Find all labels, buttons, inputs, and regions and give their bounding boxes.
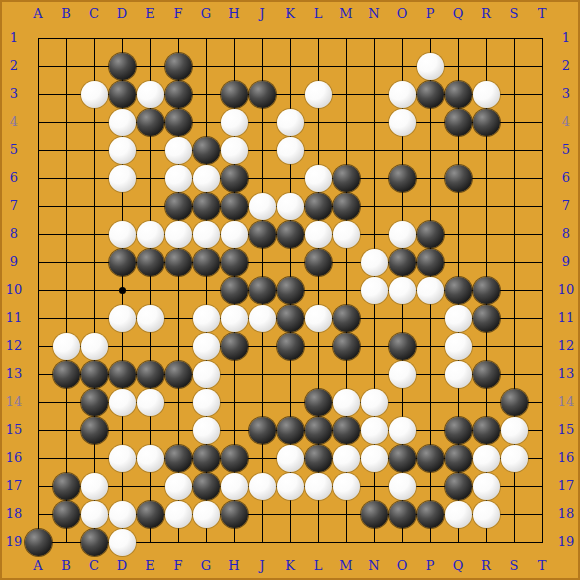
- black-stone-R11: [473, 305, 500, 332]
- row-label-11: 11: [1, 311, 27, 325]
- black-stone-P18: [417, 501, 444, 528]
- black-stone-B13: [53, 361, 80, 388]
- black-stone-A19: [25, 529, 52, 556]
- row-label-7: 7: [553, 199, 579, 213]
- white-stone-R18: [473, 501, 500, 528]
- white-stone-K5: [277, 137, 304, 164]
- white-stone-D11: [109, 305, 136, 332]
- white-stone-P2: [417, 53, 444, 80]
- col-label-T: T: [532, 559, 552, 573]
- white-stone-O4: [389, 109, 416, 136]
- white-stone-E14: [137, 389, 164, 416]
- row-label-3: 3: [1, 87, 27, 101]
- row-label-11: 11: [553, 311, 579, 325]
- row-label-2: 2: [553, 59, 579, 73]
- row-label-3: 3: [553, 87, 579, 101]
- col-label-S: S: [504, 7, 524, 21]
- col-label-H: H: [224, 559, 244, 573]
- white-stone-Q12: [445, 333, 472, 360]
- col-label-F: F: [168, 559, 188, 573]
- black-stone-E9: [137, 249, 164, 276]
- black-stone-D13: [109, 361, 136, 388]
- black-stone-K10: [277, 277, 304, 304]
- black-stone-L15: [305, 417, 332, 444]
- black-stone-Q4: [445, 109, 472, 136]
- white-stone-D6: [109, 165, 136, 192]
- white-stone-N9: [361, 249, 388, 276]
- row-label-16: 16: [553, 451, 579, 465]
- col-label-O: O: [392, 559, 412, 573]
- black-stone-H16: [221, 445, 248, 472]
- col-label-B: B: [56, 559, 76, 573]
- white-stone-G6: [193, 165, 220, 192]
- black-stone-K11: [277, 305, 304, 332]
- col-label-P: P: [420, 559, 440, 573]
- white-stone-C3: [81, 81, 108, 108]
- black-stone-C13: [81, 361, 108, 388]
- white-stone-O10: [389, 277, 416, 304]
- row-label-2: 2: [1, 59, 27, 73]
- col-label-J: J: [252, 559, 272, 573]
- black-stone-R15: [473, 417, 500, 444]
- row-label-6: 6: [553, 171, 579, 185]
- row-label-4: 4: [1, 115, 27, 129]
- black-stone-Q10: [445, 277, 472, 304]
- row-label-4: 4: [553, 115, 579, 129]
- black-stone-Q3: [445, 81, 472, 108]
- go-board: AABBCCDDEEFFGGHHJJKKLLMMNNOOPPQQRRSSTT11…: [0, 0, 580, 580]
- col-label-A: A: [28, 559, 48, 573]
- white-stone-K4: [277, 109, 304, 136]
- black-stone-H7: [221, 193, 248, 220]
- white-stone-R16: [473, 445, 500, 472]
- black-stone-F4: [165, 109, 192, 136]
- row-label-15: 15: [553, 423, 579, 437]
- white-stone-L11: [305, 305, 332, 332]
- row-label-5: 5: [1, 143, 27, 157]
- black-stone-C14: [81, 389, 108, 416]
- white-stone-H11: [221, 305, 248, 332]
- col-label-N: N: [364, 559, 384, 573]
- row-label-13: 13: [1, 367, 27, 381]
- white-stone-O17: [389, 473, 416, 500]
- black-stone-O18: [389, 501, 416, 528]
- white-stone-M16: [333, 445, 360, 472]
- col-label-K: K: [280, 559, 300, 573]
- white-stone-S16: [501, 445, 528, 472]
- col-label-E: E: [140, 559, 160, 573]
- black-stone-F13: [165, 361, 192, 388]
- col-label-Q: Q: [448, 559, 468, 573]
- hoshi-point-D10: [119, 287, 126, 294]
- white-stone-O15: [389, 417, 416, 444]
- col-label-T: T: [532, 7, 552, 21]
- col-label-G: G: [196, 559, 216, 573]
- black-stone-J3: [249, 81, 276, 108]
- white-stone-K7: [277, 193, 304, 220]
- white-stone-H5: [221, 137, 248, 164]
- black-stone-P16: [417, 445, 444, 472]
- black-stone-R10: [473, 277, 500, 304]
- black-stone-C19: [81, 529, 108, 556]
- col-label-K: K: [280, 7, 300, 21]
- row-label-8: 8: [553, 227, 579, 241]
- black-stone-O12: [389, 333, 416, 360]
- row-label-12: 12: [1, 339, 27, 353]
- black-stone-H6: [221, 165, 248, 192]
- white-stone-S15: [501, 417, 528, 444]
- col-label-P: P: [420, 7, 440, 21]
- white-stone-D4: [109, 109, 136, 136]
- white-stone-J17: [249, 473, 276, 500]
- black-stone-H9: [221, 249, 248, 276]
- row-label-19: 19: [553, 535, 579, 549]
- col-label-A: A: [28, 7, 48, 21]
- row-label-18: 18: [553, 507, 579, 521]
- black-stone-M11: [333, 305, 360, 332]
- black-stone-G17: [193, 473, 220, 500]
- black-stone-J10: [249, 277, 276, 304]
- col-label-L: L: [308, 559, 328, 573]
- white-stone-N10: [361, 277, 388, 304]
- row-label-5: 5: [553, 143, 579, 157]
- white-stone-F18: [165, 501, 192, 528]
- white-stone-G14: [193, 389, 220, 416]
- col-label-M: M: [336, 7, 356, 21]
- white-stone-B12: [53, 333, 80, 360]
- black-stone-O16: [389, 445, 416, 472]
- col-label-Q: Q: [448, 7, 468, 21]
- white-stone-F5: [165, 137, 192, 164]
- black-stone-L7: [305, 193, 332, 220]
- col-label-F: F: [168, 7, 188, 21]
- white-stone-L8: [305, 221, 332, 248]
- white-stone-N14: [361, 389, 388, 416]
- white-stone-D16: [109, 445, 136, 472]
- white-stone-O8: [389, 221, 416, 248]
- white-stone-E16: [137, 445, 164, 472]
- black-stone-E13: [137, 361, 164, 388]
- black-stone-K15: [277, 417, 304, 444]
- black-stone-L16: [305, 445, 332, 472]
- white-stone-C17: [81, 473, 108, 500]
- col-label-D: D: [112, 559, 132, 573]
- col-label-H: H: [224, 7, 244, 21]
- row-label-9: 9: [553, 255, 579, 269]
- black-stone-M6: [333, 165, 360, 192]
- white-stone-G8: [193, 221, 220, 248]
- white-stone-L17: [305, 473, 332, 500]
- col-label-M: M: [336, 559, 356, 573]
- white-stone-H8: [221, 221, 248, 248]
- row-label-14: 14: [553, 395, 579, 409]
- black-stone-J8: [249, 221, 276, 248]
- white-stone-M17: [333, 473, 360, 500]
- col-label-D: D: [112, 7, 132, 21]
- black-stone-O6: [389, 165, 416, 192]
- black-stone-F9: [165, 249, 192, 276]
- black-stone-O9: [389, 249, 416, 276]
- black-stone-H18: [221, 501, 248, 528]
- white-stone-G15: [193, 417, 220, 444]
- white-stone-O3: [389, 81, 416, 108]
- white-stone-H17: [221, 473, 248, 500]
- row-label-18: 18: [1, 507, 27, 521]
- black-stone-L9: [305, 249, 332, 276]
- white-stone-K16: [277, 445, 304, 472]
- row-label-16: 16: [1, 451, 27, 465]
- white-stone-O13: [389, 361, 416, 388]
- row-label-10: 10: [553, 283, 579, 297]
- black-stone-B17: [53, 473, 80, 500]
- black-stone-P9: [417, 249, 444, 276]
- white-stone-D19: [109, 529, 136, 556]
- white-stone-G13: [193, 361, 220, 388]
- black-stone-M7: [333, 193, 360, 220]
- white-stone-D14: [109, 389, 136, 416]
- row-label-10: 10: [1, 283, 27, 297]
- white-stone-Q13: [445, 361, 472, 388]
- white-stone-R17: [473, 473, 500, 500]
- white-stone-P10: [417, 277, 444, 304]
- col-label-R: R: [476, 559, 496, 573]
- black-stone-D2: [109, 53, 136, 80]
- black-stone-M12: [333, 333, 360, 360]
- black-stone-J15: [249, 417, 276, 444]
- row-label-9: 9: [1, 255, 27, 269]
- black-stone-G16: [193, 445, 220, 472]
- col-label-O: O: [392, 7, 412, 21]
- white-stone-M8: [333, 221, 360, 248]
- black-stone-S14: [501, 389, 528, 416]
- black-stone-H3: [221, 81, 248, 108]
- black-stone-Q6: [445, 165, 472, 192]
- white-stone-D5: [109, 137, 136, 164]
- row-label-19: 19: [1, 535, 27, 549]
- col-label-S: S: [504, 559, 524, 573]
- white-stone-K17: [277, 473, 304, 500]
- black-stone-N18: [361, 501, 388, 528]
- row-label-17: 17: [1, 479, 27, 493]
- row-label-1: 1: [1, 31, 27, 45]
- black-stone-M15: [333, 417, 360, 444]
- black-stone-H12: [221, 333, 248, 360]
- black-stone-F2: [165, 53, 192, 80]
- row-label-15: 15: [1, 423, 27, 437]
- row-label-17: 17: [553, 479, 579, 493]
- black-stone-Q17: [445, 473, 472, 500]
- black-stone-L14: [305, 389, 332, 416]
- white-stone-J11: [249, 305, 276, 332]
- black-stone-G5: [193, 137, 220, 164]
- black-stone-D3: [109, 81, 136, 108]
- white-stone-E11: [137, 305, 164, 332]
- col-label-R: R: [476, 7, 496, 21]
- white-stone-R3: [473, 81, 500, 108]
- row-label-13: 13: [553, 367, 579, 381]
- white-stone-E3: [137, 81, 164, 108]
- white-stone-E8: [137, 221, 164, 248]
- row-label-1: 1: [553, 31, 579, 45]
- white-stone-F17: [165, 473, 192, 500]
- row-label-8: 8: [1, 227, 27, 241]
- row-label-7: 7: [1, 199, 27, 213]
- white-stone-C12: [81, 333, 108, 360]
- col-label-L: L: [308, 7, 328, 21]
- white-stone-F8: [165, 221, 192, 248]
- black-stone-F16: [165, 445, 192, 472]
- row-label-14: 14: [1, 395, 27, 409]
- black-stone-H10: [221, 277, 248, 304]
- white-stone-Q11: [445, 305, 472, 332]
- black-stone-R4: [473, 109, 500, 136]
- white-stone-G12: [193, 333, 220, 360]
- black-stone-F3: [165, 81, 192, 108]
- white-stone-D18: [109, 501, 136, 528]
- black-stone-K12: [277, 333, 304, 360]
- col-label-B: B: [56, 7, 76, 21]
- white-stone-D8: [109, 221, 136, 248]
- black-stone-G9: [193, 249, 220, 276]
- white-stone-G18: [193, 501, 220, 528]
- black-stone-K8: [277, 221, 304, 248]
- black-stone-F7: [165, 193, 192, 220]
- black-stone-P3: [417, 81, 444, 108]
- white-stone-L3: [305, 81, 332, 108]
- white-stone-C18: [81, 501, 108, 528]
- col-label-G: G: [196, 7, 216, 21]
- white-stone-Q18: [445, 501, 472, 528]
- row-label-12: 12: [553, 339, 579, 353]
- black-stone-D9: [109, 249, 136, 276]
- white-stone-M14: [333, 389, 360, 416]
- black-stone-E4: [137, 109, 164, 136]
- white-stone-L6: [305, 165, 332, 192]
- col-label-E: E: [140, 7, 160, 21]
- black-stone-B18: [53, 501, 80, 528]
- col-label-C: C: [84, 559, 104, 573]
- white-stone-N15: [361, 417, 388, 444]
- white-stone-H4: [221, 109, 248, 136]
- black-stone-Q15: [445, 417, 472, 444]
- black-stone-R13: [473, 361, 500, 388]
- col-label-C: C: [84, 7, 104, 21]
- col-label-J: J: [252, 7, 272, 21]
- black-stone-C15: [81, 417, 108, 444]
- black-stone-P8: [417, 221, 444, 248]
- row-label-6: 6: [1, 171, 27, 185]
- black-stone-Q16: [445, 445, 472, 472]
- white-stone-N16: [361, 445, 388, 472]
- col-label-N: N: [364, 7, 384, 21]
- white-stone-J7: [249, 193, 276, 220]
- black-stone-G7: [193, 193, 220, 220]
- black-stone-E18: [137, 501, 164, 528]
- white-stone-F6: [165, 165, 192, 192]
- white-stone-G11: [193, 305, 220, 332]
